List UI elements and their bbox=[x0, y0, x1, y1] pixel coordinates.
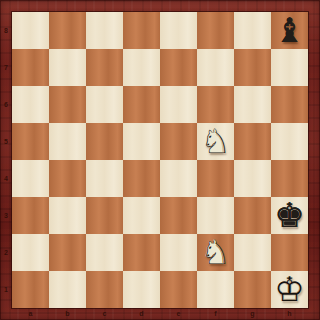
file-label-g: g bbox=[234, 308, 271, 320]
square-d6[interactable] bbox=[123, 86, 160, 123]
square-d4[interactable] bbox=[123, 160, 160, 197]
square-h8[interactable]: ♝♝ bbox=[271, 12, 308, 49]
square-h6[interactable] bbox=[271, 86, 308, 123]
square-g8[interactable] bbox=[234, 12, 271, 49]
file-label-c: c bbox=[86, 308, 123, 320]
rank-label-2: 2 bbox=[0, 234, 12, 271]
square-f1[interactable] bbox=[197, 271, 234, 308]
square-b5[interactable] bbox=[49, 123, 86, 160]
file-label-e: e bbox=[160, 308, 197, 320]
black-bishop-icon: ♝ bbox=[271, 11, 308, 48]
square-g4[interactable] bbox=[234, 160, 271, 197]
white-king-h1[interactable]: ♚♔ bbox=[271, 271, 308, 308]
square-c6[interactable] bbox=[86, 86, 123, 123]
square-b1[interactable] bbox=[49, 271, 86, 308]
white-king-icon: ♔ bbox=[271, 270, 308, 307]
square-a8[interactable] bbox=[12, 12, 49, 49]
file-labels: a b c d e f g h bbox=[12, 308, 308, 320]
square-c5[interactable] bbox=[86, 123, 123, 160]
square-h3[interactable]: ♚♚ bbox=[271, 197, 308, 234]
square-h4[interactable] bbox=[271, 160, 308, 197]
square-b8[interactable] bbox=[49, 12, 86, 49]
black-king-icon: ♚ bbox=[271, 196, 308, 233]
square-e6[interactable] bbox=[160, 86, 197, 123]
file-label-a: a bbox=[12, 308, 49, 320]
rank-label-3: 3 bbox=[0, 197, 12, 234]
square-e4[interactable] bbox=[160, 160, 197, 197]
square-h1[interactable]: ♚♔ bbox=[271, 271, 308, 308]
square-g7[interactable] bbox=[234, 49, 271, 86]
square-a6[interactable] bbox=[12, 86, 49, 123]
square-d5[interactable] bbox=[123, 123, 160, 160]
rank-label-8: 8 bbox=[0, 12, 12, 49]
white-knight-f5[interactable]: ♞♘ bbox=[197, 123, 234, 160]
square-e3[interactable] bbox=[160, 197, 197, 234]
square-a3[interactable] bbox=[12, 197, 49, 234]
square-e7[interactable] bbox=[160, 49, 197, 86]
square-c3[interactable] bbox=[86, 197, 123, 234]
rank-label-4: 4 bbox=[0, 160, 12, 197]
square-b6[interactable] bbox=[49, 86, 86, 123]
square-g2[interactable] bbox=[234, 234, 271, 271]
square-d1[interactable] bbox=[123, 271, 160, 308]
square-a4[interactable] bbox=[12, 160, 49, 197]
square-c8[interactable] bbox=[86, 12, 123, 49]
file-label-d: d bbox=[123, 308, 160, 320]
square-h5[interactable] bbox=[271, 123, 308, 160]
square-e5[interactable] bbox=[160, 123, 197, 160]
file-label-f: f bbox=[197, 308, 234, 320]
square-e1[interactable] bbox=[160, 271, 197, 308]
square-g3[interactable] bbox=[234, 197, 271, 234]
white-knight-f2[interactable]: ♞♘ bbox=[197, 234, 234, 271]
square-d3[interactable] bbox=[123, 197, 160, 234]
square-h2[interactable] bbox=[271, 234, 308, 271]
square-c1[interactable] bbox=[86, 271, 123, 308]
black-king-h3[interactable]: ♚♚ bbox=[271, 197, 308, 234]
square-g1[interactable] bbox=[234, 271, 271, 308]
square-a2[interactable] bbox=[12, 234, 49, 271]
square-d2[interactable] bbox=[123, 234, 160, 271]
square-a5[interactable] bbox=[12, 123, 49, 160]
white-knight-icon: ♘ bbox=[197, 233, 234, 270]
chess-board-frame: ♝♝♞♘♚♚♞♘♚♔ 8 7 6 5 4 3 2 1 a b c d e f g… bbox=[0, 0, 320, 320]
square-f7[interactable] bbox=[197, 49, 234, 86]
square-c7[interactable] bbox=[86, 49, 123, 86]
square-f4[interactable] bbox=[197, 160, 234, 197]
square-b7[interactable] bbox=[49, 49, 86, 86]
square-b4[interactable] bbox=[49, 160, 86, 197]
square-f6[interactable] bbox=[197, 86, 234, 123]
square-g5[interactable] bbox=[234, 123, 271, 160]
rank-labels: 8 7 6 5 4 3 2 1 bbox=[0, 12, 12, 308]
black-bishop-h8[interactable]: ♝♝ bbox=[271, 12, 308, 49]
rank-label-5: 5 bbox=[0, 123, 12, 160]
rank-label-7: 7 bbox=[0, 49, 12, 86]
square-f8[interactable] bbox=[197, 12, 234, 49]
square-f2[interactable]: ♞♘ bbox=[197, 234, 234, 271]
square-f3[interactable] bbox=[197, 197, 234, 234]
square-f5[interactable]: ♞♘ bbox=[197, 123, 234, 160]
rank-label-1: 1 bbox=[0, 271, 12, 308]
square-g6[interactable] bbox=[234, 86, 271, 123]
square-d8[interactable] bbox=[123, 12, 160, 49]
rank-label-6: 6 bbox=[0, 86, 12, 123]
square-c4[interactable] bbox=[86, 160, 123, 197]
square-a1[interactable] bbox=[12, 271, 49, 308]
square-b2[interactable] bbox=[49, 234, 86, 271]
white-knight-icon: ♘ bbox=[197, 122, 234, 159]
square-h7[interactable] bbox=[271, 49, 308, 86]
file-label-b: b bbox=[49, 308, 86, 320]
chess-board: ♝♝♞♘♚♚♞♘♚♔ bbox=[12, 12, 308, 308]
square-d7[interactable] bbox=[123, 49, 160, 86]
square-e8[interactable] bbox=[160, 12, 197, 49]
square-b3[interactable] bbox=[49, 197, 86, 234]
square-e2[interactable] bbox=[160, 234, 197, 271]
square-c2[interactable] bbox=[86, 234, 123, 271]
file-label-h: h bbox=[271, 308, 308, 320]
square-a7[interactable] bbox=[12, 49, 49, 86]
